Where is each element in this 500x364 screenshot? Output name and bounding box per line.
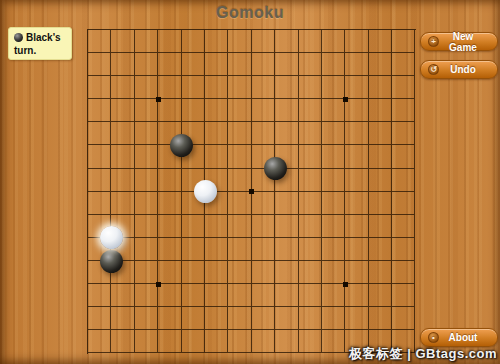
board-cell[interactable]	[322, 307, 345, 330]
board-cell[interactable]	[299, 169, 322, 192]
board[interactable]	[87, 29, 416, 354]
board-cell[interactable]	[252, 330, 275, 353]
new-game-button-label: New Game	[439, 31, 497, 53]
board-cell[interactable]	[158, 99, 181, 122]
board-cell[interactable]	[392, 53, 415, 76]
board-cell[interactable]	[322, 238, 345, 261]
board-cell[interactable]	[228, 169, 251, 192]
board-cell[interactable]	[158, 330, 181, 353]
board-cell[interactable]	[158, 307, 181, 330]
board-cell[interactable]	[135, 145, 158, 168]
board-cell[interactable]	[322, 169, 345, 192]
board-cell[interactable]	[135, 215, 158, 238]
new-game-button[interactable]: + New Game	[420, 32, 498, 51]
board-cell[interactable]	[88, 122, 111, 145]
board-cell[interactable]	[369, 215, 392, 238]
board-cell[interactable]	[158, 284, 181, 307]
board-cell[interactable]	[322, 122, 345, 145]
board-cell[interactable]	[205, 284, 228, 307]
board-cell[interactable]	[299, 53, 322, 76]
board-cell[interactable]	[228, 284, 251, 307]
board-cell[interactable]	[392, 122, 415, 145]
status-text-line1: Black's	[26, 32, 61, 43]
board-cell[interactable]	[345, 192, 368, 215]
board-cell[interactable]	[205, 99, 228, 122]
board-cell[interactable]	[299, 307, 322, 330]
board-cell[interactable]	[369, 122, 392, 145]
board-cell[interactable]	[111, 53, 134, 76]
board-cell[interactable]	[228, 330, 251, 353]
board-cell[interactable]	[228, 122, 251, 145]
board-cell[interactable]	[322, 30, 345, 53]
board-cell[interactable]	[158, 215, 181, 238]
board-cell[interactable]	[182, 30, 205, 53]
black-stone	[264, 157, 287, 180]
gomoku-app: Gomoku Black's turn. + New Game ↺ Undo •…	[0, 0, 500, 364]
board-cell[interactable]	[322, 284, 345, 307]
board-cell[interactable]	[345, 238, 368, 261]
board-cell[interactable]	[252, 122, 275, 145]
board-cell[interactable]	[88, 145, 111, 168]
board-cell[interactable]	[345, 145, 368, 168]
board-cell[interactable]	[322, 261, 345, 284]
board-cell[interactable]	[322, 53, 345, 76]
board-cell[interactable]	[345, 307, 368, 330]
board-cell[interactable]	[158, 261, 181, 284]
board-cell[interactable]	[205, 307, 228, 330]
board-cell[interactable]	[345, 76, 368, 99]
board-cell[interactable]	[299, 145, 322, 168]
board-cell[interactable]	[228, 145, 251, 168]
board-cell[interactable]	[275, 307, 298, 330]
board-cell[interactable]	[135, 284, 158, 307]
board-cell[interactable]	[252, 307, 275, 330]
board-cell[interactable]	[369, 30, 392, 53]
page-title: Gomoku	[0, 4, 500, 22]
board-cell[interactable]	[275, 238, 298, 261]
white-stone	[194, 180, 217, 203]
board-cell[interactable]	[299, 284, 322, 307]
board-cell[interactable]	[111, 122, 134, 145]
about-button-label: About	[439, 332, 497, 343]
board-cell[interactable]	[135, 238, 158, 261]
board-cell[interactable]	[369, 261, 392, 284]
board-cell[interactable]	[275, 261, 298, 284]
board-cell[interactable]	[111, 284, 134, 307]
board-cell[interactable]	[392, 76, 415, 99]
board-cell[interactable]	[135, 122, 158, 145]
board-cell[interactable]	[369, 284, 392, 307]
board-cell[interactable]	[345, 284, 368, 307]
board-cell[interactable]	[392, 284, 415, 307]
undo-button[interactable]: ↺ Undo	[420, 60, 498, 79]
star-point	[343, 97, 348, 102]
board-cell[interactable]	[392, 169, 415, 192]
board-cell[interactable]	[111, 307, 134, 330]
board-cell[interactable]	[369, 99, 392, 122]
board-cell[interactable]	[88, 330, 111, 353]
board-cell[interactable]	[111, 330, 134, 353]
board-cell[interactable]	[275, 30, 298, 53]
board-cell[interactable]	[111, 76, 134, 99]
board-cell[interactable]	[182, 238, 205, 261]
board-cell[interactable]	[182, 53, 205, 76]
board-cell[interactable]	[299, 122, 322, 145]
black-stone	[170, 134, 193, 157]
board-cell[interactable]	[135, 192, 158, 215]
board-cell[interactable]	[88, 192, 111, 215]
board-cell[interactable]	[369, 169, 392, 192]
board-cell[interactable]	[275, 284, 298, 307]
board-cell[interactable]	[392, 30, 415, 53]
board-cell[interactable]	[135, 76, 158, 99]
board-cell[interactable]	[299, 330, 322, 353]
undo-arrow-icon: ↺	[428, 64, 439, 75]
board-cell[interactable]	[252, 192, 275, 215]
board-cell[interactable]	[158, 30, 181, 53]
board-cell[interactable]	[275, 215, 298, 238]
star-point	[156, 282, 161, 287]
board-cell[interactable]	[252, 53, 275, 76]
board-cell[interactable]	[228, 261, 251, 284]
board-cell[interactable]	[205, 238, 228, 261]
board-cell[interactable]	[158, 53, 181, 76]
board-cell[interactable]	[158, 192, 181, 215]
board-cell[interactable]	[369, 76, 392, 99]
board-cell[interactable]	[135, 330, 158, 353]
board-cell[interactable]	[322, 99, 345, 122]
board-cell[interactable]	[88, 53, 111, 76]
board-cell[interactable]	[369, 192, 392, 215]
board-cell[interactable]	[345, 122, 368, 145]
board-cell[interactable]	[322, 76, 345, 99]
board-cell[interactable]	[322, 192, 345, 215]
board-cell[interactable]	[88, 76, 111, 99]
board-cell[interactable]	[205, 215, 228, 238]
board-cell[interactable]	[392, 238, 415, 261]
board-cell[interactable]	[345, 53, 368, 76]
board-cell[interactable]	[228, 215, 251, 238]
board-cell[interactable]	[392, 145, 415, 168]
board-cell[interactable]	[275, 330, 298, 353]
board-cell[interactable]	[322, 145, 345, 168]
board-cell[interactable]	[205, 30, 228, 53]
board-cell[interactable]	[135, 30, 158, 53]
board-cell[interactable]	[299, 76, 322, 99]
board-cell[interactable]	[299, 238, 322, 261]
board-cell[interactable]	[205, 122, 228, 145]
black-stone	[100, 250, 123, 273]
board-cell[interactable]	[111, 145, 134, 168]
star-point	[249, 189, 254, 194]
board-cell[interactable]	[345, 169, 368, 192]
board-cell[interactable]	[182, 99, 205, 122]
board-cell[interactable]	[158, 76, 181, 99]
plus-icon: +	[428, 36, 439, 47]
board-cell[interactable]	[252, 76, 275, 99]
status-text-line2: turn.	[14, 45, 36, 56]
board-cell[interactable]	[205, 145, 228, 168]
board-cell[interactable]	[88, 284, 111, 307]
board-cell[interactable]	[392, 192, 415, 215]
board-cell[interactable]	[322, 215, 345, 238]
board-cell[interactable]	[275, 122, 298, 145]
board-cell[interactable]	[182, 284, 205, 307]
board-cell[interactable]	[252, 261, 275, 284]
board-cell[interactable]	[252, 30, 275, 53]
board-cell[interactable]	[205, 76, 228, 99]
board-cell[interactable]	[111, 169, 134, 192]
board-cell[interactable]	[135, 53, 158, 76]
star-point	[343, 282, 348, 287]
star-point	[156, 97, 161, 102]
board-cell[interactable]	[135, 169, 158, 192]
board-cell[interactable]	[392, 307, 415, 330]
board-cell[interactable]	[275, 192, 298, 215]
board-cell[interactable]	[182, 76, 205, 99]
board-cell[interactable]	[228, 192, 251, 215]
watermark: 极客标签 | GBtags.com	[349, 345, 497, 363]
board-cell[interactable]	[228, 238, 251, 261]
info-icon: •	[428, 332, 439, 343]
board-cell[interactable]	[345, 261, 368, 284]
board-cell[interactable]	[205, 330, 228, 353]
board-cell[interactable]	[135, 307, 158, 330]
board-cell[interactable]	[135, 261, 158, 284]
board-cell[interactable]	[88, 169, 111, 192]
board-cell[interactable]	[252, 215, 275, 238]
board-cell[interactable]	[228, 99, 251, 122]
undo-button-label: Undo	[439, 64, 497, 75]
board-cell[interactable]	[252, 284, 275, 307]
board-cell[interactable]	[345, 215, 368, 238]
board-cell[interactable]	[111, 99, 134, 122]
status-box: Black's turn.	[8, 27, 72, 60]
board-cell[interactable]	[252, 238, 275, 261]
board-cell[interactable]	[299, 30, 322, 53]
board-cell[interactable]	[345, 99, 368, 122]
board-cell[interactable]	[205, 261, 228, 284]
board-cell[interactable]	[182, 330, 205, 353]
board-cell[interactable]	[392, 215, 415, 238]
board-cell[interactable]	[369, 145, 392, 168]
board-cell[interactable]	[322, 330, 345, 353]
board-cell[interactable]	[275, 53, 298, 76]
board-cell[interactable]	[345, 30, 368, 53]
board-cell[interactable]	[228, 76, 251, 99]
board-cell[interactable]	[392, 261, 415, 284]
board-cell[interactable]	[299, 261, 322, 284]
board-cell[interactable]	[299, 99, 322, 122]
board-cell[interactable]	[228, 53, 251, 76]
board-cell[interactable]	[182, 215, 205, 238]
board-cell[interactable]	[111, 30, 134, 53]
black-stone-icon	[14, 33, 23, 42]
board-cell[interactable]	[299, 215, 322, 238]
board-cell[interactable]	[182, 261, 205, 284]
board-cell[interactable]	[158, 169, 181, 192]
board-cell[interactable]	[135, 99, 158, 122]
board-cell[interactable]	[158, 238, 181, 261]
board-cell[interactable]	[369, 238, 392, 261]
board-cell[interactable]	[111, 192, 134, 215]
board-cell[interactable]	[88, 99, 111, 122]
board-cell[interactable]	[369, 307, 392, 330]
board-cell[interactable]	[228, 307, 251, 330]
board-cell[interactable]	[88, 307, 111, 330]
board-cell[interactable]	[392, 99, 415, 122]
board-cell[interactable]	[369, 53, 392, 76]
board-cell[interactable]	[228, 30, 251, 53]
board-cell[interactable]	[275, 76, 298, 99]
board-cell[interactable]	[205, 53, 228, 76]
board-cell[interactable]	[299, 192, 322, 215]
board-cell[interactable]	[182, 307, 205, 330]
board-cell[interactable]	[252, 99, 275, 122]
board-cell[interactable]	[88, 30, 111, 53]
board-cell[interactable]	[275, 99, 298, 122]
